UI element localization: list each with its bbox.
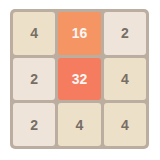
tile-r0c2: 2 — [104, 12, 146, 55]
game-stage: 4 16 2 2 32 4 2 4 4 — [0, 0, 160, 160]
tile-r1c2: 4 — [104, 58, 146, 101]
2048-board[interactable]: 4 16 2 2 32 4 2 4 4 — [10, 9, 149, 149]
tile-r1c1: 32 — [58, 58, 100, 101]
tile-r2c0: 2 — [13, 103, 55, 146]
tile-r2c2: 4 — [104, 103, 146, 146]
tile-r0c0: 4 — [13, 12, 55, 55]
tile-r1c0: 2 — [13, 58, 55, 101]
tile-r2c1: 4 — [58, 103, 100, 146]
tile-r0c1: 16 — [58, 12, 100, 55]
